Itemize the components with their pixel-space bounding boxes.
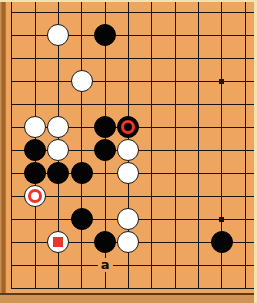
black-stone <box>71 208 93 230</box>
white-stone <box>117 139 139 161</box>
white-stone <box>71 70 93 92</box>
red-square-marker <box>53 237 63 247</box>
board-bottom-edge <box>0 293 257 303</box>
grid-line-horizontal <box>11 58 254 59</box>
grid-line-vertical <box>245 2 246 289</box>
image-top-crop-strip <box>0 0 257 2</box>
black-stone <box>94 139 116 161</box>
grid-line-horizontal <box>11 12 254 13</box>
grid-line-vertical <box>11 2 12 289</box>
point-label-a: a <box>98 258 113 272</box>
grid-line-vertical <box>151 2 152 289</box>
black-stone <box>47 162 69 184</box>
white-stone <box>24 116 46 138</box>
image-right-crop-strip <box>254 0 257 303</box>
grid-line-vertical <box>81 2 82 289</box>
black-stone <box>24 139 46 161</box>
star-point <box>219 79 224 84</box>
black-stone <box>94 231 116 253</box>
black-stone <box>94 116 116 138</box>
grid-line-horizontal <box>11 104 254 105</box>
grid-line-horizontal <box>11 288 254 289</box>
black-stone <box>94 24 116 46</box>
black-stone <box>211 231 233 253</box>
white-stone <box>47 116 69 138</box>
white-stone <box>117 162 139 184</box>
black-stone <box>24 162 46 184</box>
grid-line-vertical <box>198 2 199 289</box>
grid-line-horizontal <box>11 81 254 82</box>
board-left-edge <box>0 0 6 303</box>
white-stone <box>117 231 139 253</box>
grid-line-horizontal <box>11 196 254 197</box>
star-point <box>219 217 224 222</box>
black-stone <box>71 162 93 184</box>
white-stone <box>47 24 69 46</box>
red-circle-marker <box>28 189 42 203</box>
grid-line-horizontal <box>11 265 254 266</box>
go-board-diagram: a <box>0 0 257 303</box>
white-stone <box>117 208 139 230</box>
white-stone <box>47 139 69 161</box>
grid-line-vertical <box>175 2 176 289</box>
